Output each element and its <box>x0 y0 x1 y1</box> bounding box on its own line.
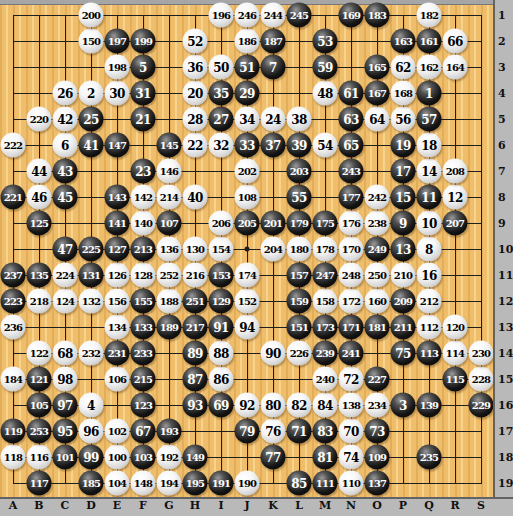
stone-white-14-Q7[interactable]: 14 <box>417 159 442 184</box>
stone-black-177-N8[interactable]: 177 <box>339 185 364 210</box>
stone-white-134-E13[interactable]: 134 <box>105 315 130 340</box>
stone-black-185-D19[interactable]: 185 <box>79 471 104 496</box>
row-label-16: 16 <box>498 399 513 412</box>
stone-black-187-K2[interactable]: 187 <box>261 29 286 54</box>
stone-black-243-N7[interactable]: 243 <box>339 159 364 184</box>
stone-white-184-A15[interactable]: 184 <box>1 367 26 392</box>
stone-black-251-H12[interactable]: 251 <box>183 289 208 314</box>
stone-black-153-I11[interactable]: 153 <box>209 263 234 288</box>
stone-black-85-L19[interactable]: 85 <box>287 471 312 496</box>
row-label-10: 10 <box>498 243 513 256</box>
go-kifu-viewer: 1234567891011121314151617181920212223242… <box>0 0 513 516</box>
stone-black-69-I16[interactable]: 69 <box>209 393 234 418</box>
stone-black-25-D5[interactable]: 25 <box>79 107 104 132</box>
stone-white-172-N12[interactable]: 172 <box>339 289 364 314</box>
stone-white-54-M6[interactable]: 54 <box>313 133 338 158</box>
stone-white-178-M10[interactable]: 178 <box>313 237 338 262</box>
column-label-J: J <box>244 499 249 512</box>
column-label-R: R <box>450 499 459 512</box>
stone-white-196-I1[interactable]: 196 <box>209 3 234 28</box>
stone-white-28-H5[interactable]: 28 <box>183 107 208 132</box>
column-label-L: L <box>295 499 303 512</box>
stone-black-217-H13[interactable]: 217 <box>183 315 208 340</box>
stone-black-231-E14[interactable]: 231 <box>105 341 130 366</box>
stone-white-38-L5[interactable]: 38 <box>287 107 312 132</box>
stone-black-125-B9[interactable]: 125 <box>27 211 52 236</box>
stone-white-198-E3[interactable]: 198 <box>105 55 130 80</box>
stone-black-143-E8[interactable]: 143 <box>105 185 130 210</box>
stone-white-132-D12[interactable]: 132 <box>79 289 104 314</box>
star-point-J10 <box>245 247 250 252</box>
stone-white-12-R8[interactable]: 12 <box>443 185 468 210</box>
stone-white-74-N18[interactable]: 74 <box>339 445 364 470</box>
stone-black-87-H15[interactable]: 87 <box>183 367 208 392</box>
stone-white-182-Q1[interactable]: 182 <box>417 3 442 28</box>
stone-white-86-I15[interactable]: 86 <box>209 367 234 392</box>
stone-white-240-M15[interactable]: 240 <box>313 367 338 392</box>
column-label-Q: Q <box>424 499 434 512</box>
stone-black-115-R15[interactable]: 115 <box>443 367 468 392</box>
stone-white-170-N10[interactable]: 170 <box>339 237 364 262</box>
stone-white-202-J7[interactable]: 202 <box>235 159 260 184</box>
stone-black-169-N1[interactable]: 169 <box>339 3 364 28</box>
stone-black-189-G13[interactable]: 189 <box>157 315 182 340</box>
stone-white-188-G12[interactable]: 188 <box>157 289 182 314</box>
stone-black-99-D18[interactable]: 99 <box>79 445 104 470</box>
stone-white-32-I6[interactable]: 32 <box>209 133 234 158</box>
stone-black-47-C10[interactable]: 47 <box>53 237 78 262</box>
stone-black-203-L7[interactable]: 203 <box>287 159 312 184</box>
grid-line-vertical-R <box>455 15 456 484</box>
stone-white-8-Q10[interactable]: 8 <box>417 237 442 262</box>
row-label-11: 11 <box>498 269 513 282</box>
stone-white-2-D4[interactable]: 2 <box>79 81 104 106</box>
stone-black-91-I13[interactable]: 91 <box>209 315 234 340</box>
stone-black-141-E9[interactable]: 141 <box>105 211 130 236</box>
stone-black-31-F4[interactable]: 31 <box>131 81 156 106</box>
stone-white-82-L16[interactable]: 82 <box>287 393 312 418</box>
stone-black-5-F3[interactable]: 5 <box>131 55 156 80</box>
stone-white-192-G18[interactable]: 192 <box>157 445 182 470</box>
stone-white-138-N16[interactable]: 138 <box>339 393 364 418</box>
stone-black-65-N6[interactable]: 65 <box>339 133 364 158</box>
column-label-S: S <box>477 499 485 512</box>
stone-black-167-O4[interactable]: 167 <box>365 81 390 106</box>
stone-black-209-P12[interactable]: 209 <box>391 289 416 314</box>
stone-black-213-F10[interactable]: 213 <box>131 237 156 262</box>
stone-black-23-F7[interactable]: 23 <box>131 159 156 184</box>
stone-white-90-K14[interactable]: 90 <box>261 341 286 366</box>
stone-black-247-M11[interactable]: 247 <box>313 263 338 288</box>
grid-line-horizontal-15 <box>13 379 482 380</box>
stone-white-52-H2[interactable]: 52 <box>183 29 208 54</box>
column-label-P: P <box>399 499 407 512</box>
stone-white-208-R7[interactable]: 208 <box>443 159 468 184</box>
stone-white-146-G7[interactable]: 146 <box>157 159 182 184</box>
stone-black-13-P10[interactable]: 13 <box>391 237 416 262</box>
stone-white-22-H6[interactable]: 22 <box>183 133 208 158</box>
row-label-1: 1 <box>498 9 506 22</box>
stone-white-4-D16[interactable]: 4 <box>79 393 104 418</box>
stone-black-149-H18[interactable]: 149 <box>183 445 208 470</box>
stone-white-156-E12[interactable]: 156 <box>105 289 130 314</box>
stone-black-237-A11[interactable]: 237 <box>1 263 26 288</box>
stone-white-246-J1[interactable]: 246 <box>235 3 260 28</box>
stone-black-57-Q5[interactable]: 57 <box>417 107 442 132</box>
stone-black-173-M13[interactable]: 173 <box>313 315 338 340</box>
stone-white-220-B5[interactable]: 220 <box>27 107 52 132</box>
stone-white-118-A18[interactable]: 118 <box>1 445 26 470</box>
stone-black-195-H19[interactable]: 195 <box>183 471 208 496</box>
stone-black-133-F13[interactable]: 133 <box>131 315 156 340</box>
stone-black-21-F5[interactable]: 21 <box>131 107 156 132</box>
stone-white-200-D1[interactable]: 200 <box>79 3 104 28</box>
stone-black-27-I5[interactable]: 27 <box>209 107 234 132</box>
stone-white-18-Q6[interactable]: 18 <box>417 133 442 158</box>
stone-white-56-P5[interactable]: 56 <box>391 107 416 132</box>
stone-white-10-Q9[interactable]: 10 <box>417 211 442 236</box>
stone-white-20-H4[interactable]: 20 <box>183 81 208 106</box>
stone-white-94-J13[interactable]: 94 <box>235 315 260 340</box>
stone-white-112-Q13[interactable]: 112 <box>417 315 442 340</box>
stone-white-190-J19[interactable]: 190 <box>235 471 260 496</box>
stone-black-135-B11[interactable]: 135 <box>27 263 52 288</box>
stone-black-93-H16[interactable]: 93 <box>183 393 208 418</box>
stone-black-103-F18[interactable]: 103 <box>131 445 156 470</box>
column-label-K: K <box>268 499 278 512</box>
stone-white-216-H11[interactable]: 216 <box>183 263 208 288</box>
stone-white-238-O9[interactable]: 238 <box>365 211 390 236</box>
stone-white-122-B14[interactable]: 122 <box>27 341 52 366</box>
stone-black-159-L12[interactable]: 159 <box>287 289 312 314</box>
stone-white-250-O11[interactable]: 250 <box>365 263 390 288</box>
stone-white-128-F11[interactable]: 128 <box>131 263 156 288</box>
stone-black-225-D10[interactable]: 225 <box>79 237 104 262</box>
stone-white-50-I3[interactable]: 50 <box>209 55 234 80</box>
stone-white-226-L14[interactable]: 226 <box>287 341 312 366</box>
stone-white-236-A13[interactable]: 236 <box>1 315 26 340</box>
stone-white-100-E18[interactable]: 100 <box>105 445 130 470</box>
stone-black-205-J9[interactable]: 205 <box>235 211 260 236</box>
stone-black-37-K6[interactable]: 37 <box>261 133 286 158</box>
stone-white-180-L10[interactable]: 180 <box>287 237 312 262</box>
stone-white-230-S14[interactable]: 230 <box>469 341 494 366</box>
stone-white-206-I9[interactable]: 206 <box>209 211 234 236</box>
row-label-6: 6 <box>498 139 506 152</box>
stone-black-235-Q18[interactable]: 235 <box>417 445 442 470</box>
stone-black-59-M3[interactable]: 59 <box>313 55 338 80</box>
column-label-C: C <box>61 499 70 512</box>
stone-white-116-B18[interactable]: 116 <box>27 445 52 470</box>
stone-black-191-I19[interactable]: 191 <box>209 471 234 496</box>
stone-black-175-M9[interactable]: 175 <box>313 211 338 236</box>
stone-white-76-K17[interactable]: 76 <box>261 419 286 444</box>
stone-black-61-N4[interactable]: 61 <box>339 81 364 106</box>
stone-black-211-P13[interactable]: 211 <box>391 315 416 340</box>
stone-white-102-E17[interactable]: 102 <box>105 419 130 444</box>
stone-white-248-N11[interactable]: 248 <box>339 263 364 288</box>
row-label-15: 15 <box>498 373 513 386</box>
column-label-A: A <box>9 499 18 512</box>
stone-black-199-F2[interactable]: 199 <box>131 29 156 54</box>
stone-black-223-A12[interactable]: 223 <box>1 289 26 314</box>
stone-white-124-C12[interactable]: 124 <box>53 289 78 314</box>
stone-black-53-M2[interactable]: 53 <box>313 29 338 54</box>
stone-black-19-P6[interactable]: 19 <box>391 133 416 158</box>
stone-white-72-N15[interactable]: 72 <box>339 367 364 392</box>
stone-black-157-L11[interactable]: 157 <box>287 263 312 288</box>
stone-black-245-L1[interactable]: 245 <box>287 3 312 28</box>
stone-white-120-R13[interactable]: 120 <box>443 315 468 340</box>
stone-black-239-M14[interactable]: 239 <box>313 341 338 366</box>
stone-white-96-D17[interactable]: 96 <box>79 419 104 444</box>
stone-white-228-S15[interactable]: 228 <box>469 367 494 392</box>
stone-white-186-J2[interactable]: 186 <box>235 29 260 54</box>
stone-white-130-H10[interactable]: 130 <box>183 237 208 262</box>
stone-black-89-H14[interactable]: 89 <box>183 341 208 366</box>
column-label-O: O <box>372 499 382 512</box>
column-label-M: M <box>319 499 331 512</box>
stone-black-3-P16[interactable]: 3 <box>391 393 416 418</box>
stone-black-127-E10[interactable]: 127 <box>105 237 130 262</box>
stone-black-193-G17[interactable]: 193 <box>157 419 182 444</box>
stone-black-109-O18[interactable]: 109 <box>365 445 390 470</box>
stone-white-48-M4[interactable]: 48 <box>313 81 338 106</box>
stone-white-214-G8[interactable]: 214 <box>157 185 182 210</box>
stone-black-139-Q16[interactable]: 139 <box>417 393 442 418</box>
stone-white-210-P11[interactable]: 210 <box>391 263 416 288</box>
stone-black-97-C16[interactable]: 97 <box>53 393 78 418</box>
stone-black-253-B17[interactable]: 253 <box>27 419 52 444</box>
column-label-E: E <box>113 499 121 512</box>
stone-white-126-E11[interactable]: 126 <box>105 263 130 288</box>
stone-black-113-Q14[interactable]: 113 <box>417 341 442 366</box>
stone-white-252-G11[interactable]: 252 <box>157 263 182 288</box>
column-label-F: F <box>139 499 147 512</box>
stone-white-42-C5[interactable]: 42 <box>53 107 78 132</box>
stone-black-233-F14[interactable]: 233 <box>131 341 156 366</box>
stone-black-77-K18[interactable]: 77 <box>261 445 286 470</box>
stone-white-34-J5[interactable]: 34 <box>235 107 260 132</box>
stone-white-232-D14[interactable]: 232 <box>79 341 104 366</box>
stone-black-179-L9[interactable]: 179 <box>287 211 312 236</box>
stone-white-168-P4[interactable]: 168 <box>391 81 416 106</box>
stone-black-9-P9[interactable]: 9 <box>391 211 416 236</box>
row-label-19: 19 <box>498 477 513 490</box>
stone-black-197-E2[interactable]: 197 <box>105 29 130 54</box>
row-label-5: 5 <box>498 113 506 126</box>
stone-white-62-P3[interactable]: 62 <box>391 55 416 80</box>
stone-black-183-O1[interactable]: 183 <box>365 3 390 28</box>
stone-white-84-M16[interactable]: 84 <box>313 393 338 418</box>
stone-white-224-C11[interactable]: 224 <box>53 263 78 288</box>
stone-white-114-R14[interactable]: 114 <box>443 341 468 366</box>
stone-black-29-J4[interactable]: 29 <box>235 81 260 106</box>
stone-white-6-C6[interactable]: 6 <box>53 133 78 158</box>
stone-black-1-Q4[interactable]: 1 <box>417 81 442 106</box>
row-label-13: 13 <box>498 321 513 334</box>
stone-white-160-O12[interactable]: 160 <box>365 289 390 314</box>
stone-black-165-O3[interactable]: 165 <box>365 55 390 80</box>
stone-white-150-D2[interactable]: 150 <box>79 29 104 54</box>
stone-white-176-N9[interactable]: 176 <box>339 211 364 236</box>
row-label-3: 3 <box>498 61 506 74</box>
column-label-D: D <box>86 499 96 512</box>
stone-black-161-Q2[interactable]: 161 <box>417 29 442 54</box>
stone-white-26-C4[interactable]: 26 <box>53 81 78 106</box>
stone-black-73-O17[interactable]: 73 <box>365 419 390 444</box>
stone-black-55-L8[interactable]: 55 <box>287 185 312 210</box>
stone-white-104-E19[interactable]: 104 <box>105 471 130 496</box>
stone-white-92-J16[interactable]: 92 <box>235 393 260 418</box>
stone-white-212-Q12[interactable]: 212 <box>417 289 442 314</box>
stone-black-15-P8[interactable]: 15 <box>391 185 416 210</box>
stone-white-36-H3[interactable]: 36 <box>183 55 208 80</box>
stone-white-40-H8[interactable]: 40 <box>183 185 208 210</box>
stone-black-39-L6[interactable]: 39 <box>287 133 312 158</box>
row-label-17: 17 <box>498 425 513 438</box>
stone-black-221-A8[interactable]: 221 <box>1 185 26 210</box>
row-label-18: 18 <box>498 451 513 464</box>
row-label-8: 8 <box>498 191 506 204</box>
stone-black-131-D11[interactable]: 131 <box>79 263 104 288</box>
stone-black-121-B15[interactable]: 121 <box>27 367 52 392</box>
stone-white-194-G19[interactable]: 194 <box>157 471 182 496</box>
column-label-H: H <box>190 499 200 512</box>
stone-white-142-F8[interactable]: 142 <box>131 185 156 210</box>
stone-white-24-K5[interactable]: 24 <box>261 107 286 132</box>
stone-black-105-B16[interactable]: 105 <box>27 393 52 418</box>
column-label-B: B <box>34 499 43 512</box>
stone-white-158-M12[interactable]: 158 <box>313 289 338 314</box>
stone-white-244-K1[interactable]: 244 <box>261 3 286 28</box>
stone-black-117-B19[interactable]: 117 <box>27 471 52 496</box>
stone-black-145-G6[interactable]: 145 <box>157 133 182 158</box>
stone-black-201-K9[interactable]: 201 <box>261 211 286 236</box>
stone-black-111-M19[interactable]: 111 <box>313 471 338 496</box>
stone-white-140-F9[interactable]: 140 <box>131 211 156 236</box>
stone-black-67-F17[interactable]: 67 <box>131 419 156 444</box>
stone-black-229-S16[interactable]: 229 <box>469 393 494 418</box>
column-label-I: I <box>218 499 223 512</box>
stone-white-68-C14[interactable]: 68 <box>53 341 78 366</box>
row-label-strip <box>493 0 513 516</box>
column-label-G: G <box>164 499 173 512</box>
stone-black-45-C8[interactable]: 45 <box>53 185 78 210</box>
stone-white-162-Q3[interactable]: 162 <box>417 55 442 80</box>
column-label-N: N <box>346 499 356 512</box>
stone-white-88-I14[interactable]: 88 <box>209 341 234 366</box>
stone-white-204-K10[interactable]: 204 <box>261 237 286 262</box>
stone-white-174-J11[interactable]: 174 <box>235 263 260 288</box>
stone-white-66-R2[interactable]: 66 <box>443 29 468 54</box>
stone-black-51-J3[interactable]: 51 <box>235 55 260 80</box>
stone-black-71-L17[interactable]: 71 <box>287 419 312 444</box>
stone-black-163-P2[interactable]: 163 <box>391 29 416 54</box>
stone-white-16-Q11[interactable]: 16 <box>417 263 442 288</box>
stone-black-95-C17[interactable]: 95 <box>53 419 78 444</box>
stone-white-64-O5[interactable]: 64 <box>365 107 390 132</box>
stone-black-123-F16[interactable]: 123 <box>131 393 156 418</box>
column-label-strip <box>0 497 513 516</box>
stone-white-106-E15[interactable]: 106 <box>105 367 130 392</box>
stone-black-249-O10[interactable]: 249 <box>365 237 390 262</box>
stone-white-218-B12[interactable]: 218 <box>27 289 52 314</box>
stone-white-80-K16[interactable]: 80 <box>261 393 286 418</box>
stone-black-129-I12[interactable]: 129 <box>209 289 234 314</box>
stone-black-215-F15[interactable]: 215 <box>131 367 156 392</box>
stone-black-7-K3[interactable]: 7 <box>261 55 286 80</box>
stone-black-181-O13[interactable]: 181 <box>365 315 390 340</box>
stone-black-171-N13[interactable]: 171 <box>339 315 364 340</box>
row-label-4: 4 <box>498 87 506 100</box>
stone-white-98-C15[interactable]: 98 <box>53 367 78 392</box>
stone-black-33-J6[interactable]: 33 <box>235 133 260 158</box>
stone-white-44-B7[interactable]: 44 <box>27 159 52 184</box>
stone-black-107-G9[interactable]: 107 <box>157 211 182 236</box>
stone-black-41-D6[interactable]: 41 <box>79 133 104 158</box>
stone-black-155-F12[interactable]: 155 <box>131 289 156 314</box>
stone-black-137-O19[interactable]: 137 <box>365 471 390 496</box>
stone-black-207-R9[interactable]: 207 <box>443 211 468 236</box>
stone-black-101-C18[interactable]: 101 <box>53 445 78 470</box>
stone-white-148-F19[interactable]: 148 <box>131 471 156 496</box>
stone-white-242-O8[interactable]: 242 <box>365 185 390 210</box>
stone-white-136-G10[interactable]: 136 <box>157 237 182 262</box>
stone-black-11-Q8[interactable]: 11 <box>417 185 442 210</box>
stone-black-75-P14[interactable]: 75 <box>391 341 416 366</box>
row-label-2: 2 <box>498 35 506 48</box>
stone-white-152-J12[interactable]: 152 <box>235 289 260 314</box>
stone-white-46-B8[interactable]: 46 <box>27 185 52 210</box>
row-label-12: 12 <box>498 295 513 308</box>
stone-white-30-E4[interactable]: 30 <box>105 81 130 106</box>
stone-white-108-J8[interactable]: 108 <box>235 185 260 210</box>
stone-black-17-P7[interactable]: 17 <box>391 159 416 184</box>
stone-black-151-L13[interactable]: 151 <box>287 315 312 340</box>
stone-white-70-N17[interactable]: 70 <box>339 419 364 444</box>
stone-white-164-R3[interactable]: 164 <box>443 55 468 80</box>
stone-black-83-M17[interactable]: 83 <box>313 419 338 444</box>
row-label-9: 9 <box>498 217 506 230</box>
stone-black-81-M18[interactable]: 81 <box>313 445 338 470</box>
stone-black-241-N14[interactable]: 241 <box>339 341 364 366</box>
stone-white-234-O16[interactable]: 234 <box>365 393 390 418</box>
stone-white-110-N19[interactable]: 110 <box>339 471 364 496</box>
stone-black-147-E6[interactable]: 147 <box>105 133 130 158</box>
row-label-7: 7 <box>498 165 506 178</box>
row-label-14: 14 <box>498 347 513 360</box>
stone-black-43-C7[interactable]: 43 <box>53 159 78 184</box>
stone-black-79-J17[interactable]: 79 <box>235 419 260 444</box>
stone-black-35-I4[interactable]: 35 <box>209 81 234 106</box>
stone-black-227-O15[interactable]: 227 <box>365 367 390 392</box>
stone-black-119-A17[interactable]: 119 <box>1 419 26 444</box>
stone-white-222-A6[interactable]: 222 <box>1 133 26 158</box>
stone-black-63-N5[interactable]: 63 <box>339 107 364 132</box>
stone-white-154-I10[interactable]: 154 <box>209 237 234 262</box>
